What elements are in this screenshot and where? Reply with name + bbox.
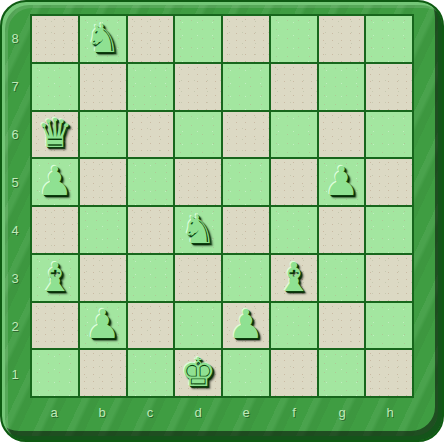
file-label-a: a (50, 405, 57, 420)
square-e6[interactable] (223, 112, 269, 158)
rank-label-1: 1 (11, 367, 18, 382)
square-b2[interactable]: ♟ (80, 303, 126, 349)
square-c2[interactable] (128, 303, 174, 349)
chess-board: ♞♛♟♟♞♝♝♟♟♚ (30, 14, 414, 398)
piece-white-queen[interactable]: ♛ (37, 112, 73, 156)
square-h2[interactable] (366, 303, 412, 349)
square-f1[interactable] (271, 350, 317, 396)
square-h4[interactable] (366, 207, 412, 253)
square-f2[interactable] (271, 303, 317, 349)
rank-label-7: 7 (11, 79, 18, 94)
piece-white-bishop[interactable]: ♝ (37, 255, 73, 299)
square-h6[interactable] (366, 112, 412, 158)
square-h5[interactable] (366, 159, 412, 205)
square-a3[interactable]: ♝ (32, 255, 78, 301)
file-label-e: e (242, 405, 249, 420)
square-d2[interactable] (175, 303, 221, 349)
square-d1[interactable]: ♚ (175, 350, 221, 396)
rank-label-2: 2 (11, 319, 18, 334)
file-label-f: f (292, 405, 296, 420)
square-g6[interactable] (319, 112, 365, 158)
square-b5[interactable] (80, 159, 126, 205)
rank-label-8: 8 (11, 31, 18, 46)
square-f8[interactable] (271, 16, 317, 62)
square-g8[interactable] (319, 16, 365, 62)
rank-label-6: 6 (11, 127, 18, 142)
square-b7[interactable] (80, 64, 126, 110)
piece-white-bishop[interactable]: ♝ (276, 255, 312, 299)
square-b4[interactable] (80, 207, 126, 253)
square-f6[interactable] (271, 112, 317, 158)
file-label-h: h (386, 405, 393, 420)
rank-labels: 87654321 (0, 14, 30, 398)
square-d8[interactable] (175, 16, 221, 62)
square-a6[interactable]: ♛ (32, 112, 78, 158)
square-f3[interactable]: ♝ (271, 255, 317, 301)
square-a4[interactable] (32, 207, 78, 253)
square-g3[interactable] (319, 255, 365, 301)
square-c8[interactable] (128, 16, 174, 62)
square-g2[interactable] (319, 303, 365, 349)
square-c6[interactable] (128, 112, 174, 158)
square-e1[interactable] (223, 350, 269, 396)
chess-app: 87654321 abcdefgh ♞♛♟♟♞♝♝♟♟♚ (0, 0, 444, 442)
file-label-c: c (147, 405, 154, 420)
square-b1[interactable] (80, 350, 126, 396)
rank-label-4: 4 (11, 223, 18, 238)
square-e8[interactable] (223, 16, 269, 62)
square-a7[interactable] (32, 64, 78, 110)
square-g1[interactable] (319, 350, 365, 396)
square-g7[interactable] (319, 64, 365, 110)
piece-white-pawn[interactable]: ♟ (228, 303, 264, 347)
rank-label-5: 5 (11, 175, 18, 190)
square-f5[interactable] (271, 159, 317, 205)
square-c1[interactable] (128, 350, 174, 396)
square-e7[interactable] (223, 64, 269, 110)
square-a5[interactable]: ♟ (32, 159, 78, 205)
square-e4[interactable] (223, 207, 269, 253)
square-g5[interactable]: ♟ (319, 159, 365, 205)
square-h3[interactable] (366, 255, 412, 301)
piece-white-knight[interactable]: ♞ (85, 16, 121, 60)
file-label-d: d (194, 405, 201, 420)
square-c3[interactable] (128, 255, 174, 301)
square-a8[interactable] (32, 16, 78, 62)
piece-white-knight[interactable]: ♞ (180, 207, 216, 251)
square-g4[interactable] (319, 207, 365, 253)
square-b8[interactable]: ♞ (80, 16, 126, 62)
square-f4[interactable] (271, 207, 317, 253)
piece-white-pawn[interactable]: ♟ (323, 159, 359, 203)
square-h8[interactable] (366, 16, 412, 62)
square-a2[interactable] (32, 303, 78, 349)
square-b3[interactable] (80, 255, 126, 301)
square-c7[interactable] (128, 64, 174, 110)
square-d3[interactable] (175, 255, 221, 301)
square-h1[interactable] (366, 350, 412, 396)
square-d6[interactable] (175, 112, 221, 158)
rank-label-3: 3 (11, 271, 18, 286)
square-a1[interactable] (32, 350, 78, 396)
piece-white-pawn[interactable]: ♟ (85, 303, 121, 347)
piece-white-king[interactable]: ♚ (180, 350, 216, 394)
file-label-g: g (338, 405, 345, 420)
square-c5[interactable] (128, 159, 174, 205)
file-labels: abcdefgh (30, 399, 414, 425)
square-c4[interactable] (128, 207, 174, 253)
piece-white-pawn[interactable]: ♟ (37, 159, 73, 203)
file-label-b: b (98, 405, 105, 420)
square-e3[interactable] (223, 255, 269, 301)
square-f7[interactable] (271, 64, 317, 110)
square-e5[interactable] (223, 159, 269, 205)
square-d5[interactable] (175, 159, 221, 205)
square-b6[interactable] (80, 112, 126, 158)
square-d7[interactable] (175, 64, 221, 110)
square-e2[interactable]: ♟ (223, 303, 269, 349)
square-h7[interactable] (366, 64, 412, 110)
square-d4[interactable]: ♞ (175, 207, 221, 253)
